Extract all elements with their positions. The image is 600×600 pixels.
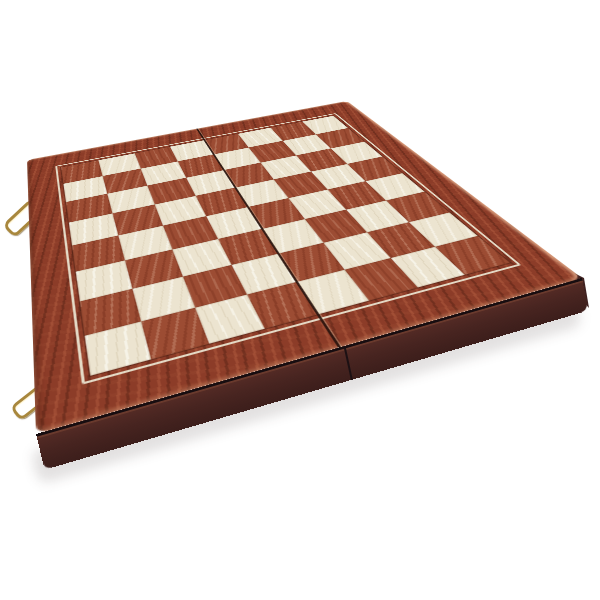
product-photo-stage xyxy=(0,0,600,600)
box-side-fold-seam xyxy=(344,348,353,380)
